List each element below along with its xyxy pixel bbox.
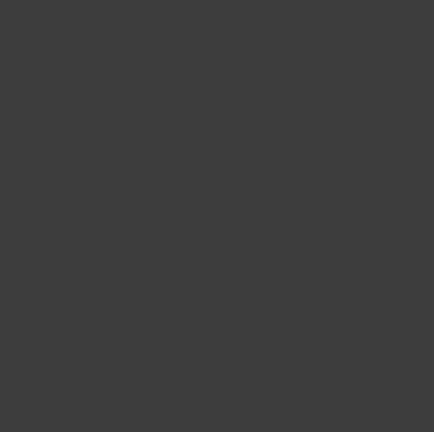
chess-board — [4, 4, 430, 428]
board-frame — [0, 0, 434, 432]
